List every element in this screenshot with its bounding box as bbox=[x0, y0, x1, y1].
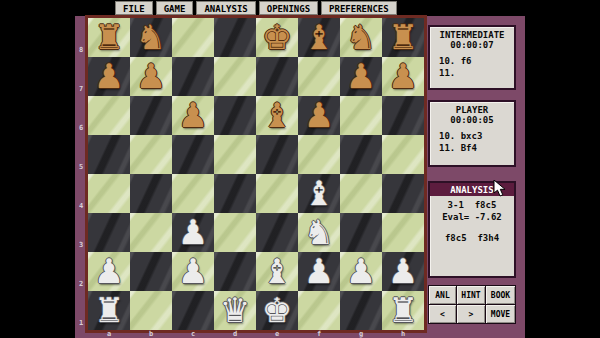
file-label-c: c bbox=[172, 330, 214, 338]
square-f8[interactable]: ♝ bbox=[298, 18, 340, 57]
rank-label-1: 1 bbox=[77, 291, 85, 330]
white-king-e1: ♚ bbox=[262, 291, 292, 330]
black-bishop-f8: ♝ bbox=[304, 18, 334, 57]
white-bishop-f4: ♝ bbox=[304, 174, 334, 213]
square-f4[interactable]: ♝ bbox=[298, 174, 340, 213]
square-e1[interactable]: ♚ bbox=[256, 291, 298, 330]
file-label-h: h bbox=[382, 330, 424, 338]
square-a7[interactable]: ♟ bbox=[88, 57, 130, 96]
square-d6[interactable] bbox=[214, 96, 256, 135]
square-d1[interactable]: ♛ bbox=[214, 291, 256, 330]
square-a4[interactable] bbox=[88, 174, 130, 213]
text-line: 11. Bf4 bbox=[439, 142, 514, 154]
menu-item-game[interactable]: GAME bbox=[156, 1, 194, 15]
square-a1[interactable]: ♜ bbox=[88, 291, 130, 330]
text-line: Eval= -7.62 bbox=[430, 211, 514, 223]
next-move-button[interactable]: > bbox=[457, 305, 485, 323]
square-d3[interactable] bbox=[214, 213, 256, 252]
intermediate-title: INTERMEDIATE bbox=[430, 30, 514, 40]
text-line: 3-1 f8c5 bbox=[430, 199, 514, 211]
black-bishop-e6: ♝ bbox=[262, 96, 292, 135]
black-pawn-b7: ♟ bbox=[136, 57, 166, 96]
move-button[interactable]: MOVE bbox=[486, 305, 515, 323]
square-a5[interactable] bbox=[88, 135, 130, 174]
menu-item-openings[interactable]: OPENINGS bbox=[259, 1, 318, 15]
intermediate-time: 00:00:07 bbox=[430, 40, 514, 50]
black-pawn-a7: ♟ bbox=[94, 57, 124, 96]
square-c6[interactable]: ♟ bbox=[172, 96, 214, 135]
square-c5[interactable] bbox=[172, 135, 214, 174]
square-h8[interactable]: ♜ bbox=[382, 18, 424, 57]
white-rook-h1: ♜ bbox=[388, 291, 418, 330]
hint-button[interactable]: HINT bbox=[457, 286, 485, 304]
black-rook-a8: ♜ bbox=[94, 18, 124, 57]
square-h5[interactable] bbox=[382, 135, 424, 174]
square-c3[interactable]: ♟ bbox=[172, 213, 214, 252]
menu-bar: FILEGAMEANALYSISOPENINGSPREFERENCES bbox=[113, 0, 399, 16]
intermediate-moves: 10. f611. bbox=[430, 55, 514, 79]
intermediate-clock-panel: INTERMEDIATE 00:00:07 10. f611. bbox=[428, 25, 516, 90]
square-e6[interactable]: ♝ bbox=[256, 96, 298, 135]
square-a2[interactable]: ♟ bbox=[88, 252, 130, 291]
menu-item-analysis[interactable]: ANALYSIS bbox=[196, 1, 255, 15]
file-label-a: a bbox=[88, 330, 130, 338]
black-king-e8: ♚ bbox=[262, 18, 292, 57]
white-rook-a1: ♜ bbox=[94, 291, 124, 330]
square-h1[interactable]: ♜ bbox=[382, 291, 424, 330]
square-f1[interactable] bbox=[298, 291, 340, 330]
square-g3[interactable] bbox=[340, 213, 382, 252]
square-g5[interactable] bbox=[340, 135, 382, 174]
text-line: 10. f6 bbox=[439, 55, 514, 67]
anl-button[interactable]: ANL bbox=[429, 286, 456, 304]
square-c1[interactable] bbox=[172, 291, 214, 330]
file-label-e: e bbox=[256, 330, 298, 338]
screen: FILEGAMEANALYSISOPENINGSPREFERENCES 8765… bbox=[0, 0, 600, 338]
player-title: PLAYER bbox=[430, 105, 514, 115]
square-d4[interactable] bbox=[214, 174, 256, 213]
white-queen-d1: ♛ bbox=[220, 291, 250, 330]
square-g6[interactable] bbox=[340, 96, 382, 135]
square-b7[interactable]: ♟ bbox=[130, 57, 172, 96]
square-g7[interactable]: ♟ bbox=[340, 57, 382, 96]
rank-label-7: 7 bbox=[77, 57, 85, 96]
menu-item-preferences[interactable]: PREFERENCES bbox=[321, 1, 397, 15]
text-line: 10. bxc3 bbox=[439, 130, 514, 142]
square-b2[interactable] bbox=[130, 252, 172, 291]
prev-move-button[interactable]: < bbox=[429, 305, 456, 323]
square-d5[interactable] bbox=[214, 135, 256, 174]
white-pawn-c2: ♟ bbox=[178, 252, 208, 291]
square-g2[interactable]: ♟ bbox=[340, 252, 382, 291]
rank-label-3: 3 bbox=[77, 213, 85, 252]
black-knight-g8: ♞ bbox=[346, 18, 376, 57]
file-label-g: g bbox=[340, 330, 382, 338]
black-pawn-c6: ♟ bbox=[178, 96, 208, 135]
analysis-lines: 3-1 f8c5Eval= -7.62f8c5 f3h4 bbox=[430, 199, 514, 244]
menu-item-file[interactable]: FILE bbox=[115, 1, 153, 15]
file-label-b: b bbox=[130, 330, 172, 338]
square-g8[interactable]: ♞ bbox=[340, 18, 382, 57]
square-e5[interactable] bbox=[256, 135, 298, 174]
square-h6[interactable] bbox=[382, 96, 424, 135]
white-pawn-h2: ♟ bbox=[388, 252, 418, 291]
rank-label-5: 5 bbox=[77, 135, 85, 174]
rank-label-8: 8 bbox=[77, 18, 85, 57]
square-c2[interactable]: ♟ bbox=[172, 252, 214, 291]
white-pawn-a2: ♟ bbox=[94, 252, 124, 291]
square-a6[interactable] bbox=[88, 96, 130, 135]
square-g1[interactable] bbox=[340, 291, 382, 330]
white-pawn-g2: ♟ bbox=[346, 252, 376, 291]
square-b5[interactable] bbox=[130, 135, 172, 174]
white-pawn-c3: ♟ bbox=[178, 213, 208, 252]
player-moves: 10. bxc311. Bf4 bbox=[430, 130, 514, 154]
player-clock-panel: PLAYER 00:00:05 10. bxc311. Bf4 bbox=[428, 100, 516, 167]
square-b6[interactable] bbox=[130, 96, 172, 135]
square-h4[interactable] bbox=[382, 174, 424, 213]
square-e3[interactable] bbox=[256, 213, 298, 252]
square-f7[interactable] bbox=[298, 57, 340, 96]
square-h7[interactable]: ♟ bbox=[382, 57, 424, 96]
black-rook-h8: ♜ bbox=[388, 18, 418, 57]
file-label-d: d bbox=[214, 330, 256, 338]
white-bishop-e2: ♝ bbox=[262, 252, 292, 291]
square-b4[interactable] bbox=[130, 174, 172, 213]
book-button[interactable]: BOOK bbox=[486, 286, 515, 304]
square-d8[interactable] bbox=[214, 18, 256, 57]
square-c7[interactable] bbox=[172, 57, 214, 96]
board-frame: ♜♞♚♝♞♜♟♟♟♟♟♝♟♝♟♞♟♟♝♟♟♟♜♛♚♜ bbox=[85, 15, 427, 333]
square-a3[interactable] bbox=[88, 213, 130, 252]
square-e7[interactable] bbox=[256, 57, 298, 96]
square-e8[interactable]: ♚ bbox=[256, 18, 298, 57]
text-line: f8c5 f3h4 bbox=[430, 232, 514, 244]
rank-label-2: 2 bbox=[77, 252, 85, 291]
square-g4[interactable] bbox=[340, 174, 382, 213]
black-pawn-g7: ♟ bbox=[346, 57, 376, 96]
square-d7[interactable] bbox=[214, 57, 256, 96]
rank-label-6: 6 bbox=[77, 96, 85, 135]
mouse-cursor-icon bbox=[493, 180, 508, 197]
square-d2[interactable] bbox=[214, 252, 256, 291]
square-a8[interactable]: ♜ bbox=[88, 18, 130, 57]
file-labels: abcdefgh bbox=[88, 330, 424, 338]
player-time: 00:00:05 bbox=[430, 115, 514, 125]
square-b3[interactable] bbox=[130, 213, 172, 252]
square-c8[interactable] bbox=[172, 18, 214, 57]
chess-board: ♜♞♚♝♞♜♟♟♟♟♟♝♟♝♟♞♟♟♝♟♟♟♜♛♚♜ bbox=[88, 18, 424, 330]
square-f6[interactable]: ♟ bbox=[298, 96, 340, 135]
square-f3[interactable]: ♞ bbox=[298, 213, 340, 252]
white-pawn-f2: ♟ bbox=[304, 252, 334, 291]
square-h2[interactable]: ♟ bbox=[382, 252, 424, 291]
square-h3[interactable] bbox=[382, 213, 424, 252]
square-f5[interactable] bbox=[298, 135, 340, 174]
rank-labels: 87654321 bbox=[77, 18, 85, 330]
square-e2[interactable]: ♝ bbox=[256, 252, 298, 291]
white-knight-f3: ♞ bbox=[304, 213, 334, 252]
square-b8[interactable]: ♞ bbox=[130, 18, 172, 57]
black-pawn-h7: ♟ bbox=[388, 57, 418, 96]
control-buttons: ANLHINTBOOK<>MOVE bbox=[428, 285, 516, 324]
square-c4[interactable] bbox=[172, 174, 214, 213]
rank-label-4: 4 bbox=[77, 174, 85, 213]
black-pawn-f6: ♟ bbox=[304, 96, 334, 135]
text-line: 11. bbox=[439, 67, 514, 79]
square-b1[interactable] bbox=[130, 291, 172, 330]
square-e4[interactable] bbox=[256, 174, 298, 213]
square-f2[interactable]: ♟ bbox=[298, 252, 340, 291]
file-label-f: f bbox=[298, 330, 340, 338]
game-window: FILEGAMEANALYSISOPENINGSPREFERENCES 8765… bbox=[75, 0, 525, 338]
black-knight-b8: ♞ bbox=[136, 18, 166, 57]
